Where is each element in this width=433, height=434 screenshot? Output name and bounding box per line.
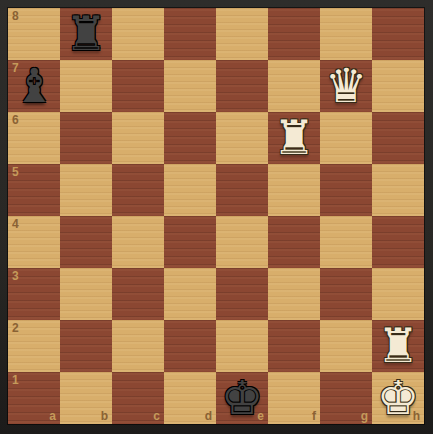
square-a3[interactable]: 3 [8,268,60,320]
square-h6[interactable] [372,112,424,164]
piece-white-rook[interactable]: ♜ [268,112,320,164]
square-c6[interactable] [112,112,164,164]
square-d3[interactable] [164,268,216,320]
square-c5[interactable] [112,164,164,216]
square-e4[interactable] [216,216,268,268]
square-h4[interactable] [372,216,424,268]
square-g2[interactable] [320,320,372,372]
square-f6[interactable]: ♜ [268,112,320,164]
square-a6[interactable]: 6 [8,112,60,164]
square-b4[interactable] [60,216,112,268]
square-g4[interactable] [320,216,372,268]
square-a2[interactable]: 2 [8,320,60,372]
square-b3[interactable] [60,268,112,320]
square-g5[interactable] [320,164,372,216]
square-e2[interactable] [216,320,268,372]
square-b8[interactable]: ♜ [60,8,112,60]
square-d8[interactable] [164,8,216,60]
square-d6[interactable] [164,112,216,164]
square-h1[interactable]: h♚ [372,372,424,424]
square-c8[interactable] [112,8,164,60]
square-h2[interactable]: ♜ [372,320,424,372]
piece-white-rook[interactable]: ♜ [372,320,424,372]
square-b1[interactable]: b [60,372,112,424]
square-d1[interactable]: d [164,372,216,424]
chess-app-window: 8♜7♝♛6♜5432♜1abcde♚fgh♚ [0,0,433,434]
square-e5[interactable] [216,164,268,216]
square-g1[interactable]: g [320,372,372,424]
piece-black-rook[interactable]: ♜ [60,8,112,60]
file-label-g: g [361,409,368,423]
piece-black-bishop[interactable]: ♝ [8,60,60,112]
file-label-a: a [49,409,56,423]
square-d2[interactable] [164,320,216,372]
square-c1[interactable]: c [112,372,164,424]
rank-label-6: 6 [12,113,19,127]
square-a8[interactable]: 8 [8,8,60,60]
square-g8[interactable] [320,8,372,60]
rank-label-5: 5 [12,165,19,179]
square-h7[interactable] [372,60,424,112]
square-d4[interactable] [164,216,216,268]
rank-label-2: 2 [12,321,19,335]
square-c3[interactable] [112,268,164,320]
square-a7[interactable]: 7♝ [8,60,60,112]
square-f4[interactable] [268,216,320,268]
square-e7[interactable] [216,60,268,112]
square-f5[interactable] [268,164,320,216]
square-a4[interactable]: 4 [8,216,60,268]
rank-label-3: 3 [12,269,19,283]
square-e6[interactable] [216,112,268,164]
square-b7[interactable] [60,60,112,112]
rank-label-1: 1 [12,373,19,387]
square-c2[interactable] [112,320,164,372]
square-e3[interactable] [216,268,268,320]
square-b2[interactable] [60,320,112,372]
square-h5[interactable] [372,164,424,216]
piece-black-king[interactable]: ♚ [216,372,268,424]
piece-white-king[interactable]: ♚ [372,372,424,424]
rank-label-8: 8 [12,9,19,23]
square-h8[interactable] [372,8,424,60]
square-c7[interactable] [112,60,164,112]
square-a5[interactable]: 5 [8,164,60,216]
square-g3[interactable] [320,268,372,320]
file-label-c: c [153,409,160,423]
square-f8[interactable] [268,8,320,60]
square-f3[interactable] [268,268,320,320]
piece-white-queen[interactable]: ♛ [320,60,372,112]
square-d7[interactable] [164,60,216,112]
square-a1[interactable]: 1a [8,372,60,424]
square-h3[interactable] [372,268,424,320]
square-g7[interactable]: ♛ [320,60,372,112]
file-label-f: f [312,409,316,423]
square-b5[interactable] [60,164,112,216]
chess-board: 8♜7♝♛6♜5432♜1abcde♚fgh♚ [8,8,424,424]
square-g6[interactable] [320,112,372,164]
square-e1[interactable]: e♚ [216,372,268,424]
file-label-b: b [101,409,108,423]
square-f1[interactable]: f [268,372,320,424]
square-e8[interactable] [216,8,268,60]
square-b6[interactable] [60,112,112,164]
square-d5[interactable] [164,164,216,216]
file-label-d: d [205,409,212,423]
square-c4[interactable] [112,216,164,268]
square-f2[interactable] [268,320,320,372]
rank-label-4: 4 [12,217,19,231]
square-f7[interactable] [268,60,320,112]
